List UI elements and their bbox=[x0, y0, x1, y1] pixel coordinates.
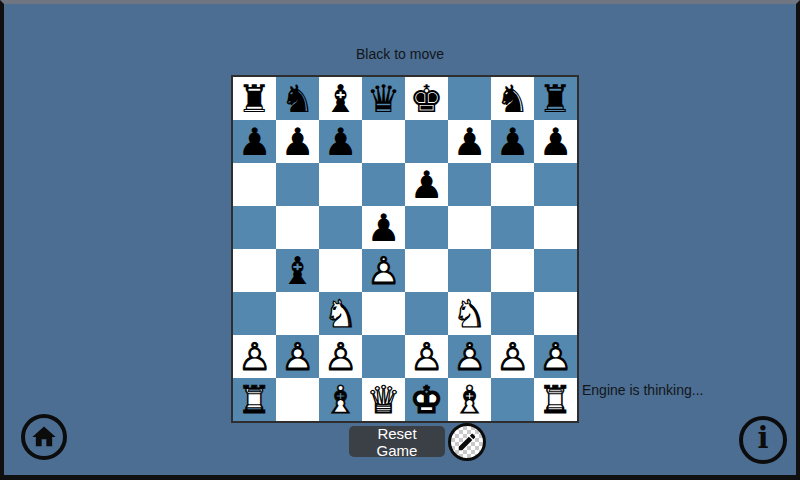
piece-black-pawn: ♟ bbox=[233, 120, 276, 163]
square-a8[interactable]: ♜ bbox=[233, 77, 276, 120]
square-g7[interactable]: ♟ bbox=[491, 120, 534, 163]
square-a5[interactable] bbox=[233, 206, 276, 249]
square-g1[interactable] bbox=[491, 378, 534, 421]
piece-white-pawn-outline: ♙ bbox=[276, 335, 319, 378]
piece-white-knight: ♞ bbox=[448, 292, 491, 335]
home-icon bbox=[30, 423, 58, 451]
square-c7[interactable]: ♟ bbox=[319, 120, 362, 163]
piece-white-rook: ♜ bbox=[534, 378, 577, 421]
piece-black-pawn: ♟ bbox=[276, 120, 319, 163]
square-h2[interactable]: ♟♙ bbox=[534, 335, 577, 378]
square-e8[interactable]: ♚ bbox=[405, 77, 448, 120]
square-b1[interactable] bbox=[276, 378, 319, 421]
piece-white-knight: ♞ bbox=[319, 292, 362, 335]
square-d3[interactable] bbox=[362, 292, 405, 335]
square-a4[interactable] bbox=[233, 249, 276, 292]
square-e4[interactable] bbox=[405, 249, 448, 292]
square-h3[interactable] bbox=[534, 292, 577, 335]
square-f2[interactable]: ♟♙ bbox=[448, 335, 491, 378]
reset-game-button[interactable]: Reset Game bbox=[349, 426, 445, 457]
square-b7[interactable]: ♟ bbox=[276, 120, 319, 163]
square-e6[interactable]: ♟ bbox=[405, 163, 448, 206]
square-a7[interactable]: ♟ bbox=[233, 120, 276, 163]
square-d6[interactable] bbox=[362, 163, 405, 206]
square-f1[interactable]: ♝♗ bbox=[448, 378, 491, 421]
square-b8[interactable]: ♞ bbox=[276, 77, 319, 120]
piece-white-pawn-outline: ♙ bbox=[319, 335, 362, 378]
piece-black-knight: ♞ bbox=[491, 77, 534, 120]
piece-black-pawn: ♟ bbox=[491, 120, 534, 163]
square-d5[interactable]: ♟ bbox=[362, 206, 405, 249]
piece-white-queen: ♛ bbox=[362, 378, 405, 421]
piece-white-pawn-outline: ♙ bbox=[448, 335, 491, 378]
square-b4[interactable]: ♝ bbox=[276, 249, 319, 292]
pencil-icon bbox=[456, 431, 478, 453]
square-f3[interactable]: ♞♘ bbox=[448, 292, 491, 335]
piece-black-pawn: ♟ bbox=[405, 163, 448, 206]
piece-white-pawn-outline: ♙ bbox=[534, 335, 577, 378]
turn-indicator: Black to move bbox=[4, 46, 796, 62]
piece-white-king-outline: ♔ bbox=[405, 378, 448, 421]
piece-black-rook: ♜ bbox=[534, 77, 577, 120]
square-a1[interactable]: ♜♖ bbox=[233, 378, 276, 421]
square-c1[interactable]: ♝♗ bbox=[319, 378, 362, 421]
engine-status: Engine is thinking... bbox=[582, 382, 703, 398]
square-e5[interactable] bbox=[405, 206, 448, 249]
square-g2[interactable]: ♟♙ bbox=[491, 335, 534, 378]
square-b5[interactable] bbox=[276, 206, 319, 249]
piece-white-pawn: ♟ bbox=[405, 335, 448, 378]
square-f4[interactable] bbox=[448, 249, 491, 292]
piece-white-pawn: ♟ bbox=[534, 335, 577, 378]
piece-black-rook: ♜ bbox=[233, 77, 276, 120]
piece-black-pawn: ♟ bbox=[319, 120, 362, 163]
chess-board: ♜♞♝♛♚♞♜♟♟♟♟♟♟♟♟♝♟♙♞♘♞♘♟♙♟♙♟♙♟♙♟♙♟♙♟♙♜♖♝♗… bbox=[231, 75, 579, 423]
square-e1[interactable]: ♚♔ bbox=[405, 378, 448, 421]
info-icon: i bbox=[757, 424, 768, 453]
square-c2[interactable]: ♟♙ bbox=[319, 335, 362, 378]
piece-white-pawn-outline: ♙ bbox=[233, 335, 276, 378]
piece-white-pawn: ♟ bbox=[233, 335, 276, 378]
piece-white-queen-outline: ♕ bbox=[362, 378, 405, 421]
piece-white-bishop-outline: ♗ bbox=[319, 378, 362, 421]
square-g5[interactable] bbox=[491, 206, 534, 249]
piece-white-bishop: ♝ bbox=[319, 378, 362, 421]
piece-black-bishop: ♝ bbox=[319, 77, 362, 120]
piece-white-knight-outline: ♘ bbox=[319, 292, 362, 335]
square-d4[interactable]: ♟♙ bbox=[362, 249, 405, 292]
square-e2[interactable]: ♟♙ bbox=[405, 335, 448, 378]
square-a3[interactable] bbox=[233, 292, 276, 335]
square-a6[interactable] bbox=[233, 163, 276, 206]
square-c6[interactable] bbox=[319, 163, 362, 206]
info-button[interactable]: i bbox=[739, 416, 787, 464]
square-h7[interactable]: ♟ bbox=[534, 120, 577, 163]
square-h6[interactable] bbox=[534, 163, 577, 206]
square-c3[interactable]: ♞♘ bbox=[319, 292, 362, 335]
piece-white-king: ♚ bbox=[405, 378, 448, 421]
square-g6[interactable] bbox=[491, 163, 534, 206]
piece-black-knight: ♞ bbox=[276, 77, 319, 120]
square-b2[interactable]: ♟♙ bbox=[276, 335, 319, 378]
piece-white-knight-outline: ♘ bbox=[448, 292, 491, 335]
piece-black-pawn: ♟ bbox=[534, 120, 577, 163]
square-h5[interactable] bbox=[534, 206, 577, 249]
piece-white-bishop: ♝ bbox=[448, 378, 491, 421]
square-d7[interactable] bbox=[362, 120, 405, 163]
piece-black-pawn: ♟ bbox=[362, 206, 405, 249]
piece-white-rook-outline: ♖ bbox=[233, 378, 276, 421]
square-g3[interactable] bbox=[491, 292, 534, 335]
piece-white-pawn-outline: ♙ bbox=[362, 249, 405, 292]
square-h1[interactable]: ♜♖ bbox=[534, 378, 577, 421]
square-f8[interactable] bbox=[448, 77, 491, 120]
square-b6[interactable] bbox=[276, 163, 319, 206]
square-c8[interactable]: ♝ bbox=[319, 77, 362, 120]
piece-black-bishop: ♝ bbox=[276, 249, 319, 292]
piece-white-pawn-outline: ♙ bbox=[405, 335, 448, 378]
square-e7[interactable] bbox=[405, 120, 448, 163]
chess-app-screen: { "game": "chess", "position": { "fen": … bbox=[0, 0, 800, 480]
piece-black-pawn: ♟ bbox=[448, 120, 491, 163]
piece-white-bishop-outline: ♗ bbox=[448, 378, 491, 421]
piece-white-pawn-outline: ♙ bbox=[491, 335, 534, 378]
square-d2[interactable] bbox=[362, 335, 405, 378]
square-f7[interactable]: ♟ bbox=[448, 120, 491, 163]
square-g4[interactable] bbox=[491, 249, 534, 292]
square-e3[interactable] bbox=[405, 292, 448, 335]
square-h4[interactable] bbox=[534, 249, 577, 292]
square-c4[interactable] bbox=[319, 249, 362, 292]
piece-white-pawn: ♟ bbox=[362, 249, 405, 292]
square-f6[interactable] bbox=[448, 163, 491, 206]
square-c5[interactable] bbox=[319, 206, 362, 249]
piece-white-pawn: ♟ bbox=[276, 335, 319, 378]
piece-white-pawn: ♟ bbox=[319, 335, 362, 378]
piece-black-king: ♚ bbox=[405, 77, 448, 120]
piece-white-rook: ♜ bbox=[233, 378, 276, 421]
square-b3[interactable] bbox=[276, 292, 319, 335]
edit-position-button[interactable] bbox=[448, 423, 486, 461]
square-f5[interactable] bbox=[448, 206, 491, 249]
piece-white-pawn: ♟ bbox=[491, 335, 534, 378]
square-d1[interactable]: ♛♕ bbox=[362, 378, 405, 421]
home-button[interactable] bbox=[21, 414, 67, 460]
piece-black-queen: ♛ bbox=[362, 77, 405, 120]
square-d8[interactable]: ♛ bbox=[362, 77, 405, 120]
piece-white-rook-outline: ♖ bbox=[534, 378, 577, 421]
square-a2[interactable]: ♟♙ bbox=[233, 335, 276, 378]
piece-white-pawn: ♟ bbox=[448, 335, 491, 378]
square-g8[interactable]: ♞ bbox=[491, 77, 534, 120]
square-h8[interactable]: ♜ bbox=[534, 77, 577, 120]
